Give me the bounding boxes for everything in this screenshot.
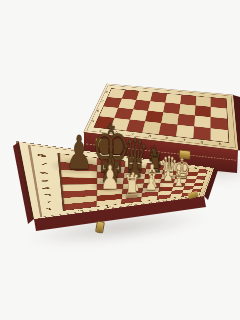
piece-light-bishop-f4: ♝ bbox=[173, 167, 186, 189]
piece-light-rook-c2: ♜ bbox=[123, 171, 141, 201]
chess-set-product-photo: abcdefgh8765 88aa77bb66cc55dd44ee33ff22g… bbox=[0, 0, 240, 320]
pieces-layer: ♞♟♚♛♜♟♟♟♛♚♟♟♝♝♟♟♟♜ bbox=[0, 0, 240, 320]
